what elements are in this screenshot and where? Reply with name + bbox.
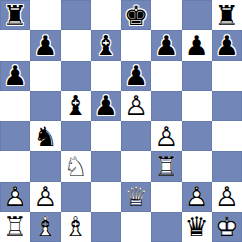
white-bishop: ♝♗ — [30, 212, 60, 242]
square-e1[interactable] — [121, 212, 151, 242]
square-h3[interactable] — [212, 151, 242, 181]
square-d1[interactable] — [91, 212, 121, 242]
white-pawn: ♟♙ — [121, 91, 151, 121]
square-a3[interactable] — [0, 151, 30, 181]
square-e2[interactable]: ♛♕ — [121, 182, 151, 212]
square-d4[interactable] — [91, 121, 121, 151]
chess-board: ♜♚♜♟♝♟♟♟♟♟♝♟♟♙♞♟♙♞♘♜♖♟♙♟♙♛♕♟♙♟♙♜♖♝♗♝♗♛♚♔ — [0, 0, 242, 242]
square-f5[interactable] — [151, 91, 181, 121]
square-g8[interactable] — [182, 0, 212, 30]
square-d2[interactable] — [91, 182, 121, 212]
black-pawn: ♟ — [0, 61, 30, 91]
square-c3[interactable]: ♞♘ — [61, 151, 91, 181]
square-b7[interactable]: ♟ — [30, 30, 60, 60]
black-queen: ♛ — [182, 212, 212, 242]
square-d5[interactable]: ♟ — [91, 91, 121, 121]
white-pawn: ♟♙ — [182, 182, 212, 212]
white-king: ♚♔ — [212, 212, 242, 242]
square-h5[interactable] — [212, 91, 242, 121]
black-pawn: ♟ — [182, 30, 212, 60]
square-f2[interactable] — [151, 182, 181, 212]
black-pawn: ♟ — [91, 91, 121, 121]
square-f8[interactable] — [151, 0, 181, 30]
piece-outline-layer: ♙ — [182, 182, 212, 212]
square-e6[interactable]: ♟ — [121, 61, 151, 91]
square-d7[interactable]: ♝ — [91, 30, 121, 60]
square-g2[interactable]: ♟♙ — [182, 182, 212, 212]
square-d6[interactable] — [91, 61, 121, 91]
square-h2[interactable]: ♟♙ — [212, 182, 242, 212]
square-d8[interactable] — [91, 0, 121, 30]
square-c4[interactable] — [61, 121, 91, 151]
black-pawn: ♟ — [212, 30, 242, 60]
square-f7[interactable]: ♟ — [151, 30, 181, 60]
square-a5[interactable] — [0, 91, 30, 121]
black-pawn: ♟ — [151, 30, 181, 60]
piece-outline-layer: ♕ — [121, 182, 151, 212]
white-knight: ♞♘ — [61, 151, 91, 181]
black-pawn: ♟ — [30, 30, 60, 60]
black-bishop: ♝ — [61, 91, 91, 121]
black-rook: ♜ — [0, 0, 30, 30]
white-pawn: ♟♙ — [151, 121, 181, 151]
square-h4[interactable] — [212, 121, 242, 151]
white-pawn: ♟♙ — [212, 182, 242, 212]
white-bishop: ♝♗ — [61, 212, 91, 242]
square-b2[interactable]: ♟♙ — [30, 182, 60, 212]
square-c2[interactable] — [61, 182, 91, 212]
white-queen: ♛♕ — [121, 182, 151, 212]
piece-outline-layer: ♙ — [30, 182, 60, 212]
square-e7[interactable] — [121, 30, 151, 60]
square-f3[interactable]: ♜♖ — [151, 151, 181, 181]
piece-outline-layer: ♙ — [151, 121, 181, 151]
black-knight: ♞ — [30, 121, 60, 151]
square-b8[interactable] — [30, 0, 60, 30]
square-f6[interactable] — [151, 61, 181, 91]
square-c1[interactable]: ♝♗ — [61, 212, 91, 242]
square-e8[interactable]: ♚ — [121, 0, 151, 30]
square-b1[interactable]: ♝♗ — [30, 212, 60, 242]
square-c6[interactable] — [61, 61, 91, 91]
piece-outline-layer: ♖ — [0, 212, 30, 242]
square-e4[interactable] — [121, 121, 151, 151]
square-f4[interactable]: ♟♙ — [151, 121, 181, 151]
square-a4[interactable] — [0, 121, 30, 151]
square-g7[interactable]: ♟ — [182, 30, 212, 60]
square-a1[interactable]: ♜♖ — [0, 212, 30, 242]
piece-outline-layer: ♗ — [30, 212, 60, 242]
square-d3[interactable] — [91, 151, 121, 181]
square-h1[interactable]: ♚♔ — [212, 212, 242, 242]
square-b3[interactable] — [30, 151, 60, 181]
piece-outline-layer: ♙ — [121, 91, 151, 121]
square-g6[interactable] — [182, 61, 212, 91]
square-f1[interactable] — [151, 212, 181, 242]
square-h6[interactable] — [212, 61, 242, 91]
black-pawn: ♟ — [121, 61, 151, 91]
square-h7[interactable]: ♟ — [212, 30, 242, 60]
piece-outline-layer: ♘ — [61, 151, 91, 181]
square-a8[interactable]: ♜ — [0, 0, 30, 30]
square-g4[interactable] — [182, 121, 212, 151]
square-e5[interactable]: ♟♙ — [121, 91, 151, 121]
piece-outline-layer: ♖ — [151, 151, 181, 181]
square-c7[interactable] — [61, 30, 91, 60]
white-pawn: ♟♙ — [30, 182, 60, 212]
square-b5[interactable] — [30, 91, 60, 121]
square-e3[interactable] — [121, 151, 151, 181]
piece-outline-layer: ♙ — [212, 182, 242, 212]
white-rook: ♜♖ — [0, 212, 30, 242]
white-rook: ♜♖ — [151, 151, 181, 181]
square-a2[interactable]: ♟♙ — [0, 182, 30, 212]
square-g1[interactable]: ♛ — [182, 212, 212, 242]
square-g3[interactable] — [182, 151, 212, 181]
piece-outline-layer: ♗ — [61, 212, 91, 242]
square-h8[interactable]: ♜ — [212, 0, 242, 30]
black-bishop: ♝ — [91, 30, 121, 60]
black-king: ♚ — [121, 0, 151, 30]
piece-outline-layer: ♔ — [212, 212, 242, 242]
square-g5[interactable] — [182, 91, 212, 121]
square-b4[interactable]: ♞ — [30, 121, 60, 151]
square-c8[interactable] — [61, 0, 91, 30]
square-a7[interactable] — [0, 30, 30, 60]
black-rook: ♜ — [212, 0, 242, 30]
square-a6[interactable]: ♟ — [0, 61, 30, 91]
square-b6[interactable] — [30, 61, 60, 91]
white-pawn: ♟♙ — [0, 182, 30, 212]
piece-outline-layer: ♙ — [0, 182, 30, 212]
square-c5[interactable]: ♝ — [61, 91, 91, 121]
